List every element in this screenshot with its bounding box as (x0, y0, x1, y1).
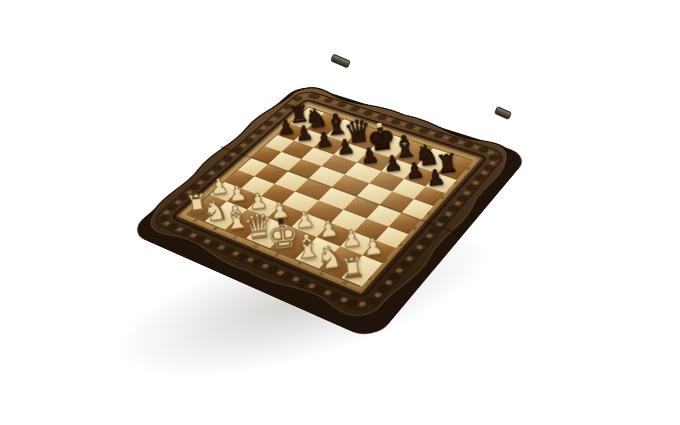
black-pawn-piece[interactable]: ♟ (314, 129, 334, 151)
black-pawn-piece[interactable]: ♟ (382, 152, 403, 175)
white-rook-piece[interactable]: ♜ (338, 252, 366, 283)
black-pawn-piece[interactable]: ♟ (336, 137, 357, 159)
white-pawn-piece[interactable]: ♟ (361, 235, 384, 260)
black-pawn-piece[interactable]: ♟ (404, 160, 425, 183)
black-pawn-piece[interactable]: ♟ (425, 167, 447, 191)
carved-chess-box: abcdefgh 12345678 ♜♞♝♛♚♝♞♜♟♟♟♟♟♟♟♟♟♟♟♟♟♟… (120, 75, 536, 340)
black-pawn-piece[interactable]: ♟ (359, 144, 380, 167)
black-pawn-piece[interactable]: ♟ (276, 117, 296, 139)
product-photo: abcdefgh 12345678 ♜♞♝♛♚♝♞♜♟♟♟♟♟♟♟♟♟♟♟♟♟♟… (0, 0, 680, 425)
black-pawn-piece[interactable]: ♟ (294, 123, 314, 145)
